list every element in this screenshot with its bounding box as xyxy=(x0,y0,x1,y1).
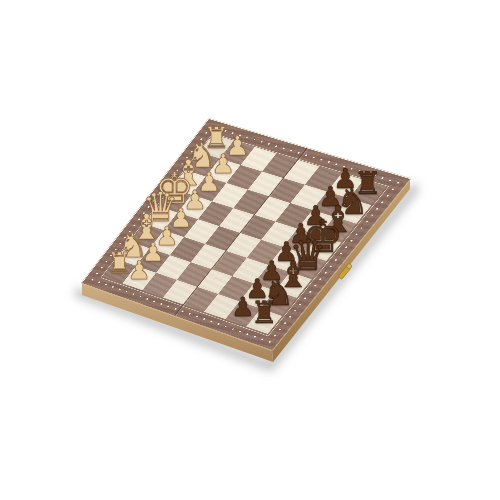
border-dot xyxy=(343,166,345,168)
border-dot xyxy=(309,291,311,293)
border-dot xyxy=(246,137,248,139)
border-dot xyxy=(225,326,227,328)
border-dot xyxy=(374,175,376,177)
border-dot xyxy=(91,279,93,281)
border-dot xyxy=(246,333,248,335)
border-dot xyxy=(181,311,183,313)
border-dot xyxy=(366,173,368,175)
border-dot xyxy=(275,145,277,147)
border-dot xyxy=(191,151,193,153)
chess-set-product-photo: ♜♟♞♟♝♟♟♜♚♟♟♞♛♟♟♝♝♟♟♚♞♟♟♛♜♟♟♝♟♞♟♜ xyxy=(0,0,500,500)
border-dot xyxy=(279,329,281,331)
border-dot xyxy=(305,154,307,156)
border-dot xyxy=(319,278,321,280)
border-dot xyxy=(314,285,316,287)
border-dot xyxy=(290,150,292,152)
border-dot xyxy=(381,177,383,179)
border-dot xyxy=(196,316,198,318)
border-dot xyxy=(105,284,107,286)
border-dot xyxy=(153,301,155,303)
border-dot xyxy=(167,306,169,308)
border-dot xyxy=(138,218,140,220)
border-dot xyxy=(392,188,394,190)
border-dot xyxy=(162,188,164,190)
border-dot xyxy=(253,139,255,141)
border-dot xyxy=(125,291,127,293)
border-dot xyxy=(98,281,100,283)
border-dot xyxy=(335,163,337,165)
border-dot xyxy=(96,273,98,275)
border-dot xyxy=(358,170,360,172)
border-dot xyxy=(167,182,169,184)
border-dot xyxy=(274,335,276,337)
border-dot xyxy=(299,304,301,306)
border-dot xyxy=(189,313,191,315)
border-dot xyxy=(371,214,373,216)
border-dot xyxy=(330,266,332,268)
border-dot xyxy=(345,246,347,248)
border-dot xyxy=(195,144,197,146)
border-dot xyxy=(118,289,120,291)
border-dot xyxy=(340,253,342,255)
border-dot xyxy=(239,331,241,333)
border-dot xyxy=(389,180,391,182)
border-dot xyxy=(360,227,362,229)
border-dot xyxy=(205,132,207,134)
border-dot xyxy=(298,152,300,154)
border-dot xyxy=(148,206,150,208)
border-dot xyxy=(186,157,188,159)
border-dot xyxy=(224,130,226,132)
border-dot xyxy=(157,194,159,196)
border-dot xyxy=(254,336,256,338)
border-dot xyxy=(231,132,233,134)
border-dot xyxy=(381,201,383,203)
border-dot xyxy=(328,161,330,163)
border-dot xyxy=(174,308,176,310)
border-dot xyxy=(320,159,322,161)
border-dot xyxy=(232,328,234,330)
border-dot xyxy=(284,322,286,324)
border-dot xyxy=(376,208,378,210)
border-dot xyxy=(139,296,141,298)
border-dot xyxy=(261,339,263,341)
border-dot xyxy=(210,126,212,128)
border-dot xyxy=(143,212,145,214)
border-dot xyxy=(119,243,121,245)
border-dot xyxy=(239,134,241,136)
border-dot xyxy=(304,297,306,299)
border-dot xyxy=(350,240,352,242)
border-dot xyxy=(160,303,162,305)
border-dot xyxy=(132,293,134,295)
border-dot xyxy=(171,175,173,177)
border-dot xyxy=(350,168,352,170)
border-dot xyxy=(268,143,270,145)
border-dot xyxy=(312,157,314,159)
border-dot xyxy=(129,231,131,233)
border-dot xyxy=(324,272,326,274)
border-dot xyxy=(289,316,291,318)
border-dot xyxy=(176,169,178,171)
border-dot xyxy=(105,261,107,263)
border-dot xyxy=(217,323,219,325)
border-dot xyxy=(269,341,271,343)
border-dot xyxy=(294,310,296,312)
border-dot xyxy=(366,221,368,223)
border-dot xyxy=(335,259,337,261)
border-dot xyxy=(152,200,154,202)
border-dot xyxy=(397,182,399,184)
border-dot xyxy=(110,255,112,257)
border-dot xyxy=(133,225,135,227)
border-dot xyxy=(124,237,126,239)
border-dot xyxy=(112,286,114,288)
border-dot xyxy=(387,195,389,197)
border-dot xyxy=(217,128,219,130)
border-dot xyxy=(283,148,285,150)
border-dot xyxy=(115,249,117,251)
border-dot xyxy=(200,138,202,140)
border-dot xyxy=(203,318,205,320)
border-dot xyxy=(355,234,357,236)
border-dot xyxy=(146,298,148,300)
border-dot xyxy=(101,267,103,269)
border-dot xyxy=(261,141,263,143)
border-dot xyxy=(181,163,183,165)
border-dot xyxy=(210,321,212,323)
